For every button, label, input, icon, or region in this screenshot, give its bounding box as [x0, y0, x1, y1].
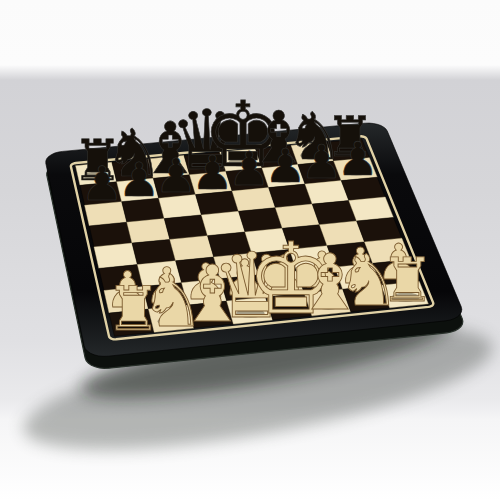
piece-black-pawn-a7: ♟ [81, 156, 123, 211]
piece-black-pawn-h7: ♟ [337, 132, 379, 186]
piece-white-rook-h1: ♜ [380, 245, 434, 315]
photo-backdrop: ♜♞♝♛♚♝♞♜♟♟♟♟♟♟♟♟♟♟♟♟♟♟♟♟♜♞♝♛♚♝♞♜ [0, 0, 500, 500]
square-a5 [89, 222, 132, 247]
piece-black-pawn-b7: ♟ [118, 152, 160, 207]
square-g5 [312, 201, 356, 225]
square-d5 [201, 211, 245, 235]
square-b5 [127, 219, 170, 244]
piece-black-pawn-c7: ♟ [155, 148, 197, 203]
chessboard-photo: ♜♞♝♛♚♝♞♜♟♟♟♟♟♟♟♟♟♟♟♟♟♟♟♟♜♞♝♛♚♝♞♜ [0, 0, 500, 500]
square-h5 [349, 197, 394, 221]
square-c5 [164, 215, 207, 240]
